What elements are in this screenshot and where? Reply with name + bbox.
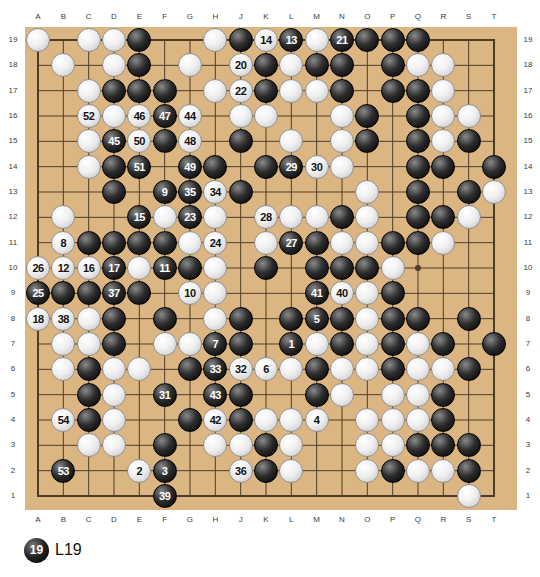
- white-stone-E15: 50: [127, 129, 151, 153]
- white-stone-R6: [431, 357, 455, 381]
- black-stone-H14: [203, 155, 227, 179]
- black-stone-E18: [127, 53, 151, 77]
- row-label-left: 13: [3, 187, 23, 197]
- black-stone-O16: [355, 104, 379, 128]
- black-stone-H7: 7: [203, 332, 227, 356]
- black-stone-M18: [305, 53, 329, 77]
- white-stone-K11: [254, 231, 278, 255]
- white-stone-C3: [77, 433, 101, 457]
- move-number-label: 7: [213, 338, 219, 350]
- col-label-bottom: F: [155, 515, 175, 525]
- white-stone-H9: [203, 281, 227, 305]
- move-number-label: 8: [61, 237, 67, 249]
- black-stone-F15: [153, 129, 177, 153]
- move-number-label: 35: [184, 186, 195, 198]
- white-stone-R18: [431, 53, 455, 77]
- move-number-label: 10: [184, 287, 195, 299]
- black-stone-T7: [482, 332, 506, 356]
- black-stone-K2: [254, 459, 278, 483]
- white-stone-E16: 46: [127, 104, 151, 128]
- black-stone-L8: [279, 307, 303, 331]
- white-stone-N14: [330, 155, 354, 179]
- move-number-label: 17: [108, 262, 119, 274]
- white-stone-C17: [77, 79, 101, 103]
- black-stone-K10: [254, 256, 278, 280]
- move-number-label: 4: [314, 414, 320, 426]
- row-label-left: 18: [3, 60, 23, 70]
- col-label-top: P: [383, 12, 403, 22]
- white-stone-Q4: [406, 408, 430, 432]
- white-stone-G18: [178, 53, 202, 77]
- move-number-label: 42: [210, 414, 221, 426]
- black-stone-K18: [254, 53, 278, 77]
- black-stone-B9: [51, 281, 75, 305]
- black-stone-D11: [102, 231, 126, 255]
- row-label-left: 7: [3, 339, 23, 349]
- black-stone-S13: [457, 180, 481, 204]
- row-label-left: 11: [3, 238, 23, 248]
- black-stone-P9: [381, 281, 405, 305]
- col-label-bottom: J: [231, 515, 251, 525]
- row-label-right: 15: [518, 136, 538, 146]
- white-stone-O11: [355, 231, 379, 255]
- white-stone-O4: [355, 408, 379, 432]
- white-stone-D19: [102, 28, 126, 52]
- row-label-right: 12: [518, 212, 538, 222]
- move-number-label: 20: [235, 59, 246, 71]
- col-label-bottom: S: [459, 515, 479, 525]
- white-stone-O6: [355, 357, 379, 381]
- black-stone-E12: 15: [127, 205, 151, 229]
- black-stone-P11: [381, 231, 405, 255]
- col-label-bottom: A: [28, 515, 48, 525]
- black-stone-R5: [431, 383, 455, 407]
- black-stone-T14: [482, 155, 506, 179]
- black-stone-J5: [229, 383, 253, 407]
- row-label-left: 1: [3, 491, 23, 501]
- white-stone-B4: 54: [51, 408, 75, 432]
- row-label-left: 16: [3, 111, 23, 121]
- white-stone-Q6: [406, 357, 430, 381]
- black-stone-R3: [431, 433, 455, 457]
- col-label-top: C: [79, 12, 99, 22]
- white-stone-H12: [203, 205, 227, 229]
- black-stone-C11: [77, 231, 101, 255]
- black-stone-G13: 35: [178, 180, 202, 204]
- black-stone-J4: [229, 408, 253, 432]
- col-label-bottom: M: [307, 515, 327, 525]
- move-number-label: 31: [159, 389, 170, 401]
- black-stone-G12: 23: [178, 205, 202, 229]
- white-stone-M14: 30: [305, 155, 329, 179]
- col-label-top: S: [459, 12, 479, 22]
- black-stone-L19: 13: [279, 28, 303, 52]
- white-stone-F12: [153, 205, 177, 229]
- black-stone-B2: 53: [51, 459, 75, 483]
- white-stone-O12: [355, 205, 379, 229]
- black-stone-L14: 29: [279, 155, 303, 179]
- white-stone-L17: [279, 79, 303, 103]
- black-stone-C4: [77, 408, 101, 432]
- col-label-bottom: O: [357, 515, 377, 525]
- black-stone-C6: [77, 357, 101, 381]
- move-number-label: 49: [184, 161, 195, 173]
- caption-move-number: 19: [30, 543, 43, 557]
- white-stone-P10: [381, 256, 405, 280]
- move-number-label: 24: [210, 237, 221, 249]
- black-stone-N7: [330, 332, 354, 356]
- white-stone-M17: [305, 79, 329, 103]
- col-label-bottom: B: [53, 515, 73, 525]
- black-stone-Q14: [406, 155, 430, 179]
- move-number-label: 21: [336, 34, 347, 46]
- black-stone-F17: [153, 79, 177, 103]
- row-label-left: 15: [3, 136, 23, 146]
- black-stone-M9: 41: [305, 281, 329, 305]
- black-stone-J15: [229, 129, 253, 153]
- col-label-top: K: [256, 12, 276, 22]
- black-stone-M11: [305, 231, 329, 255]
- white-stone-B10: 12: [51, 256, 75, 280]
- white-stone-L4: [279, 408, 303, 432]
- white-stone-B8: 38: [51, 307, 75, 331]
- white-stone-Q5: [406, 383, 430, 407]
- white-stone-O13: [355, 180, 379, 204]
- white-stone-A8: 18: [26, 307, 50, 331]
- white-stone-H17: [203, 79, 227, 103]
- white-stone-J18: 20: [229, 53, 253, 77]
- white-stone-M19: [305, 28, 329, 52]
- white-stone-P3: [381, 433, 405, 457]
- move-number-label: 50: [134, 135, 145, 147]
- move-number-label: 14: [260, 34, 271, 46]
- white-stone-L12: [279, 205, 303, 229]
- row-label-right: 3: [518, 440, 538, 450]
- white-stone-R2: [431, 459, 455, 483]
- black-stone-K3: [254, 433, 278, 457]
- white-stone-K6: 6: [254, 357, 278, 381]
- white-stone-D3: [102, 433, 126, 457]
- black-stone-O15: [355, 129, 379, 153]
- white-stone-J3: [229, 433, 253, 457]
- col-label-top: A: [28, 12, 48, 22]
- move-number-label: 25: [32, 287, 43, 299]
- white-stone-B18: [51, 53, 75, 77]
- move-number-label: 43: [210, 389, 221, 401]
- white-stone-N16: [330, 104, 354, 128]
- black-stone-D7: [102, 332, 126, 356]
- col-label-top: L: [281, 12, 301, 22]
- black-stone-Q15: [406, 129, 430, 153]
- white-stone-R11: [431, 231, 455, 255]
- black-stone-Q12: [406, 205, 430, 229]
- black-stone-F16: 47: [153, 104, 177, 128]
- white-stone-D16: [102, 104, 126, 128]
- white-stone-S16: [457, 104, 481, 128]
- white-stone-G11: [178, 231, 202, 255]
- move-number-label: 33: [210, 363, 221, 375]
- black-stone-A9: 25: [26, 281, 50, 305]
- white-stone-A19: [26, 28, 50, 52]
- col-label-top: N: [332, 12, 352, 22]
- white-stone-H11: 24: [203, 231, 227, 255]
- white-stone-G15: 48: [178, 129, 202, 153]
- row-label-right: 5: [518, 390, 538, 400]
- col-label-top: O: [357, 12, 377, 22]
- black-stone-S2: [457, 459, 481, 483]
- black-stone-D14: [102, 155, 126, 179]
- white-stone-P4: [381, 408, 405, 432]
- black-stone-R14: [431, 155, 455, 179]
- white-stone-M12: [305, 205, 329, 229]
- black-stone-Q8: [406, 307, 430, 331]
- black-stone-F8: [153, 307, 177, 331]
- black-stone-Q3: [406, 433, 430, 457]
- black-stone-P17: [381, 79, 405, 103]
- move-number-label: 52: [83, 110, 94, 122]
- move-number-label: 38: [58, 313, 69, 325]
- move-number-label: 51: [134, 161, 145, 173]
- black-stone-L11: 27: [279, 231, 303, 255]
- row-label-left: 2: [3, 466, 23, 476]
- black-stone-M8: 5: [305, 307, 329, 331]
- col-label-top: J: [231, 12, 251, 22]
- white-stone-C19: [77, 28, 101, 52]
- white-stone-O9: [355, 281, 379, 305]
- white-stone-C16: 52: [77, 104, 101, 128]
- white-stone-D4: [102, 408, 126, 432]
- move-number-label: 32: [235, 363, 246, 375]
- row-label-right: 1: [518, 491, 538, 501]
- black-stone-S15: [457, 129, 481, 153]
- move-number-label: 28: [260, 211, 271, 223]
- row-label-right: 8: [518, 314, 538, 324]
- black-stone-R7: [431, 332, 455, 356]
- col-label-top: G: [180, 12, 200, 22]
- move-number-label: 46: [134, 110, 145, 122]
- move-number-label: 36: [235, 465, 246, 477]
- row-label-right: 17: [518, 86, 538, 96]
- black-stone-Q13: [406, 180, 430, 204]
- star-point: [415, 265, 421, 271]
- move-number-label: 34: [210, 186, 221, 198]
- white-stone-E2: 2: [127, 459, 151, 483]
- black-stone-J7: [229, 332, 253, 356]
- row-label-left: 4: [3, 415, 23, 425]
- black-stone-E9: [127, 281, 151, 305]
- white-stone-L2: [279, 459, 303, 483]
- white-stone-N6: [330, 357, 354, 381]
- white-stone-N5: [330, 383, 354, 407]
- black-stone-N10: [330, 256, 354, 280]
- white-stone-B12: [51, 205, 75, 229]
- white-stone-S12: [457, 205, 481, 229]
- row-label-left: 10: [3, 263, 23, 273]
- black-stone-Q17: [406, 79, 430, 103]
- col-label-bottom: T: [484, 515, 504, 525]
- white-stone-M4: 4: [305, 408, 329, 432]
- black-stone-G14: 49: [178, 155, 202, 179]
- white-stone-K4: [254, 408, 278, 432]
- col-label-bottom: C: [79, 515, 99, 525]
- black-stone-F11: [153, 231, 177, 255]
- white-stone-D5: [102, 383, 126, 407]
- white-stone-P5: [381, 383, 405, 407]
- move-number-label: 44: [184, 110, 195, 122]
- move-number-label: 40: [336, 287, 347, 299]
- white-stone-Q7: [406, 332, 430, 356]
- white-stone-O7: [355, 332, 379, 356]
- move-number-label: 53: [58, 465, 69, 477]
- move-number-label: 30: [311, 161, 322, 173]
- caption-move-stone: 19: [24, 538, 49, 563]
- white-stone-R16: [431, 104, 455, 128]
- black-stone-J8: [229, 307, 253, 331]
- black-stone-P18: [381, 53, 405, 77]
- black-stone-H6: 33: [203, 357, 227, 381]
- white-stone-B6: [51, 357, 75, 381]
- black-stone-C9: [77, 281, 101, 305]
- white-stone-T13: [482, 180, 506, 204]
- col-label-bottom: G: [180, 515, 200, 525]
- move-number-label: 12: [58, 262, 69, 274]
- black-stone-P19: [381, 28, 405, 52]
- row-label-right: 7: [518, 339, 538, 349]
- black-stone-R12: [431, 205, 455, 229]
- col-label-bottom: P: [383, 515, 403, 525]
- move-number-label: 22: [235, 85, 246, 97]
- black-stone-N8: [330, 307, 354, 331]
- white-stone-O8: [355, 307, 379, 331]
- move-number-label: 6: [263, 363, 269, 375]
- white-stone-N15: [330, 129, 354, 153]
- white-stone-M7: [305, 332, 329, 356]
- move-number-label: 29: [286, 161, 297, 173]
- black-stone-O19: [355, 28, 379, 52]
- move-number-label: 47: [159, 110, 170, 122]
- row-label-left: 8: [3, 314, 23, 324]
- white-stone-J6: 32: [229, 357, 253, 381]
- row-label-left: 17: [3, 86, 23, 96]
- col-label-bottom: H: [205, 515, 225, 525]
- white-stone-C14: [77, 155, 101, 179]
- col-label-bottom: L: [281, 515, 301, 525]
- move-number-label: 13: [286, 34, 297, 46]
- black-stone-S3: [457, 433, 481, 457]
- col-label-top: B: [53, 12, 73, 22]
- black-stone-H5: 43: [203, 383, 227, 407]
- row-label-right: 13: [518, 187, 538, 197]
- black-stone-J19: [229, 28, 253, 52]
- white-stone-K12: 28: [254, 205, 278, 229]
- row-label-right: 10: [518, 263, 538, 273]
- white-stone-C8: [77, 307, 101, 331]
- col-label-bottom: R: [433, 515, 453, 525]
- row-label-left: 14: [3, 162, 23, 172]
- move-number-label: 9: [162, 186, 168, 198]
- white-stone-B7: [51, 332, 75, 356]
- white-stone-J17: 22: [229, 79, 253, 103]
- white-stone-C15: [77, 129, 101, 153]
- black-stone-R4: [431, 408, 455, 432]
- row-label-right: 18: [518, 60, 538, 70]
- move-number-label: 3: [162, 465, 168, 477]
- white-stone-L6: [279, 357, 303, 381]
- white-stone-H3: [203, 433, 227, 457]
- black-stone-N17: [330, 79, 354, 103]
- move-number-label: 26: [32, 262, 43, 274]
- move-number-label: 39: [159, 490, 170, 502]
- black-stone-F13: 9: [153, 180, 177, 204]
- black-stone-P6: [381, 357, 405, 381]
- black-stone-M5: [305, 383, 329, 407]
- move-number-label: 37: [108, 287, 119, 299]
- col-label-bottom: D: [104, 515, 124, 525]
- black-stone-D9: 37: [102, 281, 126, 305]
- black-stone-N19: 21: [330, 28, 354, 52]
- move-number-label: 48: [184, 135, 195, 147]
- white-stone-N9: 40: [330, 281, 354, 305]
- black-stone-S6: [457, 357, 481, 381]
- white-stone-E10: [127, 256, 151, 280]
- black-stone-D17: [102, 79, 126, 103]
- row-label-right: 11: [518, 238, 538, 248]
- black-stone-F10: 11: [153, 256, 177, 280]
- black-stone-M10: [305, 256, 329, 280]
- col-label-top: M: [307, 12, 327, 22]
- col-label-top: D: [104, 12, 124, 22]
- black-stone-P2: [381, 459, 405, 483]
- move-number-label: 27: [286, 237, 297, 249]
- row-label-right: 9: [518, 288, 538, 298]
- black-stone-S8: [457, 307, 481, 331]
- row-label-right: 14: [518, 162, 538, 172]
- row-label-right: 19: [518, 35, 538, 45]
- black-stone-K17: [254, 79, 278, 103]
- black-stone-Q19: [406, 28, 430, 52]
- row-label-right: 6: [518, 364, 538, 374]
- black-stone-N12: [330, 205, 354, 229]
- black-stone-D8: [102, 307, 126, 331]
- white-stone-G7: [178, 332, 202, 356]
- white-stone-B11: 8: [51, 231, 75, 255]
- black-stone-D15: 45: [102, 129, 126, 153]
- kifu-diagram-page: AABBCCDDEEFFGGHHJJKKLLMMNNOOPPQQRRSSTT19…: [0, 0, 540, 577]
- white-stone-F7: [153, 332, 177, 356]
- move-annotation: 19 L19: [24, 536, 82, 564]
- white-stone-R17: [431, 79, 455, 103]
- white-stone-Q18: [406, 53, 430, 77]
- col-label-top: T: [484, 12, 504, 22]
- black-stone-Q16: [406, 104, 430, 128]
- black-stone-G6: [178, 357, 202, 381]
- black-stone-P7: [381, 332, 405, 356]
- black-stone-E17: [127, 79, 151, 103]
- row-label-right: 2: [518, 466, 538, 476]
- black-stone-J13: [229, 180, 253, 204]
- white-stone-K19: 14: [254, 28, 278, 52]
- black-stone-D10: 17: [102, 256, 126, 280]
- col-label-bottom: K: [256, 515, 276, 525]
- move-number-label: 2: [137, 465, 143, 477]
- white-stone-O3: [355, 433, 379, 457]
- col-label-top: Q: [408, 12, 428, 22]
- black-stone-F2: 3: [153, 459, 177, 483]
- move-number-label: 1: [289, 338, 295, 350]
- black-stone-F3: [153, 433, 177, 457]
- row-label-right: 16: [518, 111, 538, 121]
- black-stone-D13: [102, 180, 126, 204]
